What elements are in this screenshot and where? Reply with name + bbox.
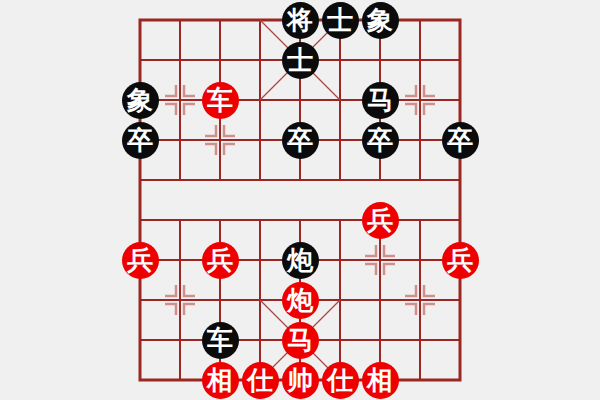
xiangqi-board: 将士象士象车马卒卒卒卒兵兵兵炮兵炮车马相仕帅仕相 [0,0,600,400]
piece-red-advisor[interactable]: 仕 [322,362,359,399]
piece-red-advisor[interactable]: 仕 [242,362,279,399]
piece-black-elephant[interactable]: 象 [122,82,159,119]
piece-red-chariot[interactable]: 车 [202,82,239,119]
piece-red-general[interactable]: 帅 [282,362,319,399]
piece-black-general[interactable]: 将 [282,2,319,39]
piece-red-cannon[interactable]: 炮 [282,282,319,319]
piece-black-advisor[interactable]: 士 [322,2,359,39]
piece-black-pawn[interactable]: 卒 [442,122,479,159]
piece-red-pawn[interactable]: 兵 [122,242,159,279]
piece-black-chariot[interactable]: 车 [202,322,239,359]
piece-red-pawn[interactable]: 兵 [202,242,239,279]
piece-red-pawn[interactable]: 兵 [442,242,479,279]
piece-black-pawn[interactable]: 卒 [122,122,159,159]
pieces-layer: 将士象士象车马卒卒卒卒兵兵兵炮兵炮车马相仕帅仕相 [0,0,600,400]
piece-black-cannon[interactable]: 炮 [282,242,319,279]
piece-black-pawn[interactable]: 卒 [362,122,399,159]
piece-black-advisor[interactable]: 士 [282,42,319,79]
piece-black-horse[interactable]: 马 [362,82,399,119]
piece-red-elephant[interactable]: 相 [362,362,399,399]
piece-red-pawn[interactable]: 兵 [362,202,399,239]
piece-black-elephant[interactable]: 象 [362,2,399,39]
piece-red-elephant[interactable]: 相 [202,362,239,399]
piece-black-pawn[interactable]: 卒 [282,122,319,159]
piece-red-horse[interactable]: 马 [282,322,319,359]
